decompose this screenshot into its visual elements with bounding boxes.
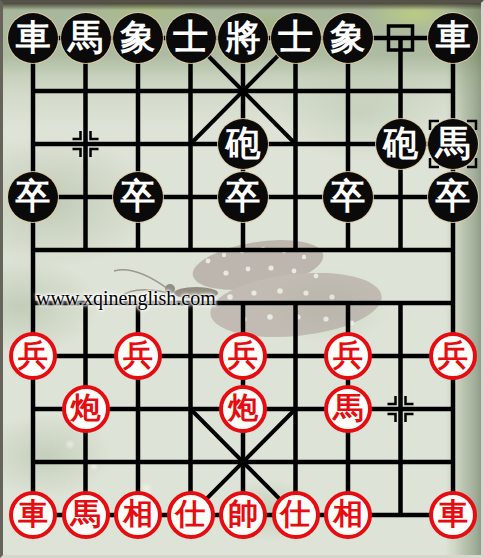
piece-character: 士: [173, 14, 208, 61]
board-point-g10: 象: [322, 12, 375, 65]
piece-red-elephant[interactable]: 相: [114, 491, 162, 539]
piece-character: 馬: [333, 388, 363, 429]
board-point-g3: 馬: [322, 383, 375, 436]
piece-character: 象: [121, 14, 156, 61]
piece-character: 卒: [121, 173, 156, 220]
board-point-i7: 卒: [427, 171, 480, 224]
board-point-c10: 象: [112, 12, 165, 65]
piece-red-chariot[interactable]: 車: [429, 491, 477, 539]
board-point-b3: 炮: [59, 383, 112, 436]
board-point-f1: 仕: [269, 489, 322, 542]
board-point-b1: 馬: [59, 489, 112, 542]
board-point-e8: 砲: [217, 118, 270, 171]
board-point-i4: 兵: [427, 330, 480, 383]
piece-black-chariot[interactable]: 車: [428, 13, 478, 63]
piece-red-soldier[interactable]: 兵: [324, 332, 372, 380]
board-point-a10: 車: [7, 12, 60, 65]
piece-character: 砲: [383, 120, 418, 167]
board-point-e4: 兵: [217, 330, 270, 383]
piece-red-elephant[interactable]: 相: [324, 491, 372, 539]
board-point-c1: 相: [112, 489, 165, 542]
piece-red-soldier[interactable]: 兵: [429, 332, 477, 380]
piece-red-horse[interactable]: 馬: [324, 385, 372, 433]
piece-red-advisor[interactable]: 仕: [167, 491, 215, 539]
board-point-c7: 卒: [112, 171, 165, 224]
piece-character: 仕: [281, 494, 311, 535]
board-point-g7: 卒: [322, 171, 375, 224]
board-point-b10: 馬: [59, 12, 112, 65]
piece-character: 卒: [226, 173, 261, 220]
board-point-g1: 相: [322, 489, 375, 542]
piece-red-horse[interactable]: 馬: [62, 491, 110, 539]
piece-character: 車: [438, 494, 468, 535]
piece-character: 炮: [71, 388, 101, 429]
piece-black-cannon[interactable]: 砲: [376, 119, 426, 169]
piece-black-elephant[interactable]: 象: [113, 13, 163, 63]
piece-character: 象: [331, 14, 366, 61]
board-point-i10: 車: [427, 12, 480, 65]
board-point-a1: 車: [7, 489, 60, 542]
board-point-g4: 兵: [322, 330, 375, 383]
board-point-d1: 仕: [164, 489, 217, 542]
piece-character: 兵: [333, 335, 363, 376]
piece-character: 卒: [331, 173, 366, 220]
piece-character: 車: [16, 14, 51, 61]
board-point-i1: 車: [427, 489, 480, 542]
piece-character: 車: [436, 14, 471, 61]
piece-character: 馬: [436, 120, 471, 167]
piece-black-soldier[interactable]: 卒: [428, 172, 478, 222]
piece-black-general[interactable]: 將: [218, 13, 268, 63]
piece-black-elephant[interactable]: 象: [323, 13, 373, 63]
piece-black-soldier[interactable]: 卒: [8, 172, 58, 222]
piece-character: 帥: [228, 494, 258, 535]
board-grid: 車馬象士將士象車砲砲馬卒卒卒卒卒兵兵兵兵兵炮炮馬車馬相仕帥仕相車: [7, 12, 480, 542]
board-point-e10: 將: [217, 12, 270, 65]
board-point-a4: 兵: [7, 330, 60, 383]
xiangqi-board: www.xqinenglish.com 車馬象士將士象車砲砲馬卒卒卒卒卒兵兵兵兵…: [0, 0, 484, 558]
board-point-e7: 卒: [217, 171, 270, 224]
piece-black-soldier[interactable]: 卒: [218, 172, 268, 222]
board-point-c4: 兵: [112, 330, 165, 383]
piece-character: 兵: [228, 335, 258, 376]
piece-black-advisor[interactable]: 士: [271, 13, 321, 63]
board-point-a7: 卒: [7, 171, 60, 224]
piece-red-cannon[interactable]: 炮: [219, 385, 267, 433]
piece-character: 卒: [16, 173, 51, 220]
piece-red-chariot[interactable]: 車: [9, 491, 57, 539]
board-point-e3: 炮: [217, 383, 270, 436]
piece-character: 馬: [68, 14, 103, 61]
piece-red-cannon[interactable]: 炮: [62, 385, 110, 433]
piece-black-horse[interactable]: 馬: [428, 119, 478, 169]
board-point-d10: 士: [164, 12, 217, 65]
piece-character: 馬: [71, 494, 101, 535]
board-point-f10: 士: [269, 12, 322, 65]
piece-black-cannon[interactable]: 砲: [218, 119, 268, 169]
piece-black-soldier[interactable]: 卒: [323, 172, 373, 222]
piece-black-soldier[interactable]: 卒: [113, 172, 163, 222]
piece-character: 相: [123, 494, 153, 535]
piece-character: 砲: [226, 120, 261, 167]
piece-black-chariot[interactable]: 車: [8, 13, 58, 63]
piece-red-advisor[interactable]: 仕: [272, 491, 320, 539]
board-point-i8: 馬: [427, 118, 480, 171]
piece-character: 士: [278, 14, 313, 61]
piece-black-advisor[interactable]: 士: [166, 13, 216, 63]
board-point-e1: 帥: [217, 489, 270, 542]
piece-character: 兵: [438, 335, 468, 376]
piece-character: 將: [226, 14, 261, 61]
piece-character: 車: [18, 494, 48, 535]
piece-red-soldier[interactable]: 兵: [9, 332, 57, 380]
piece-character: 仕: [176, 494, 206, 535]
piece-character: 炮: [228, 388, 258, 429]
piece-character: 相: [333, 494, 363, 535]
piece-black-horse[interactable]: 馬: [61, 13, 111, 63]
piece-red-soldier[interactable]: 兵: [219, 332, 267, 380]
board-point-h8: 砲: [374, 118, 427, 171]
piece-red-soldier[interactable]: 兵: [114, 332, 162, 380]
piece-character: 兵: [123, 335, 153, 376]
piece-character: 兵: [18, 335, 48, 376]
piece-character: 卒: [436, 173, 471, 220]
piece-red-general[interactable]: 帥: [219, 491, 267, 539]
